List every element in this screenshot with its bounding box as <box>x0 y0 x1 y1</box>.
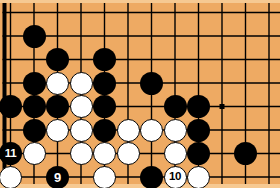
board-intersection[interactable] <box>22 1 46 25</box>
black-stone <box>187 95 210 118</box>
black-stone <box>187 119 210 142</box>
board-intersection[interactable] <box>69 118 93 142</box>
board-intersection[interactable] <box>140 1 164 25</box>
board-intersection[interactable] <box>234 142 258 166</box>
board-intersection[interactable] <box>116 48 140 72</box>
white-stone <box>70 142 93 165</box>
white-stone <box>93 142 116 165</box>
go-board: 11910 <box>0 0 280 188</box>
board-intersection[interactable] <box>69 1 93 25</box>
white-stone <box>70 95 93 118</box>
black-stone <box>93 95 116 118</box>
move-number-label: 10 <box>169 171 181 183</box>
black-stone <box>93 119 116 142</box>
board-intersection[interactable]: 9 <box>46 165 70 188</box>
board-intersection[interactable] <box>187 95 211 119</box>
board-intersection[interactable] <box>140 95 164 119</box>
board-intersection[interactable] <box>93 165 117 188</box>
black-stone <box>140 72 163 95</box>
black-stone <box>234 142 257 165</box>
board-intersection[interactable] <box>187 165 211 188</box>
black-stone <box>0 95 22 118</box>
white-stone <box>187 166 210 189</box>
black-stone <box>140 166 163 189</box>
board-intersection[interactable]: 11 <box>0 142 22 166</box>
board-intersection[interactable] <box>69 48 93 72</box>
board-intersection[interactable] <box>46 142 70 166</box>
black-stone-move-11: 11 <box>0 142 22 165</box>
board-intersection[interactable] <box>210 142 234 166</box>
board-intersection[interactable] <box>116 1 140 25</box>
board-intersection[interactable] <box>234 1 258 25</box>
white-stone <box>164 142 187 165</box>
white-stone <box>164 119 187 142</box>
board-intersection[interactable] <box>210 118 234 142</box>
board-intersection[interactable] <box>234 165 258 188</box>
white-stone <box>70 119 93 142</box>
board-intersection[interactable] <box>0 118 22 142</box>
board-intersection[interactable] <box>0 48 22 72</box>
board-intersection[interactable] <box>93 118 117 142</box>
board-intersection[interactable] <box>210 71 234 95</box>
board-intersection[interactable] <box>69 24 93 48</box>
board-intersection[interactable] <box>234 24 258 48</box>
board-intersection[interactable] <box>0 165 22 188</box>
board-intersection[interactable] <box>210 165 234 188</box>
board-intersection[interactable] <box>93 1 117 25</box>
board-intersection[interactable] <box>187 118 211 142</box>
board-intersection[interactable] <box>93 71 117 95</box>
board-intersection[interactable] <box>93 95 117 119</box>
board-intersection[interactable] <box>257 95 280 119</box>
board-intersection[interactable] <box>257 118 280 142</box>
black-stone <box>23 95 46 118</box>
board-intersection[interactable] <box>69 95 93 119</box>
board-intersection[interactable] <box>257 165 280 188</box>
white-stone <box>0 166 22 189</box>
board-intersection[interactable] <box>257 71 280 95</box>
white-stone <box>46 72 69 95</box>
board-intersection[interactable] <box>22 165 46 188</box>
board-intersection[interactable] <box>0 1 22 25</box>
board-intersection[interactable] <box>187 142 211 166</box>
white-stone-move-10: 10 <box>164 166 187 189</box>
board-intersection[interactable] <box>0 95 22 119</box>
board-intersection[interactable] <box>93 24 117 48</box>
board-intersection[interactable] <box>116 142 140 166</box>
board-intersection[interactable] <box>163 24 187 48</box>
board-intersection[interactable]: 10 <box>163 165 187 188</box>
board-intersection[interactable] <box>140 48 164 72</box>
black-stone <box>23 72 46 95</box>
board-intersection[interactable] <box>116 95 140 119</box>
board-intersection[interactable] <box>116 24 140 48</box>
board-intersection[interactable] <box>46 95 70 119</box>
black-stone <box>23 119 46 142</box>
board-intersection[interactable] <box>187 48 211 72</box>
black-stone <box>46 95 69 118</box>
board-intersection[interactable] <box>257 24 280 48</box>
board-intersection[interactable] <box>187 71 211 95</box>
board-intersection[interactable] <box>163 48 187 72</box>
board-intersection[interactable] <box>210 1 234 25</box>
board-intersections: 11910 <box>0 1 280 188</box>
white-stone <box>93 166 116 189</box>
board-intersection[interactable] <box>140 165 164 188</box>
black-stone <box>93 72 116 95</box>
board-intersection[interactable] <box>116 118 140 142</box>
board-intersection[interactable] <box>22 48 46 72</box>
black-stone <box>164 95 187 118</box>
board-intersection[interactable] <box>163 142 187 166</box>
board-intersection[interactable] <box>140 71 164 95</box>
board-intersection[interactable] <box>69 165 93 188</box>
board-intersection[interactable] <box>22 142 46 166</box>
board-intersection[interactable] <box>46 1 70 25</box>
board-intersection[interactable] <box>257 142 280 166</box>
white-stone <box>46 119 69 142</box>
white-stone <box>70 72 93 95</box>
board-intersection[interactable] <box>187 24 211 48</box>
board-intersection[interactable] <box>69 71 93 95</box>
board-intersection[interactable] <box>93 142 117 166</box>
board-intersection[interactable] <box>163 1 187 25</box>
board-intersection[interactable] <box>234 48 258 72</box>
board-intersection[interactable] <box>234 71 258 95</box>
board-intersection[interactable] <box>234 118 258 142</box>
white-stone <box>140 119 163 142</box>
black-stone <box>93 48 116 71</box>
white-stone <box>23 142 46 165</box>
board-intersection[interactable] <box>140 142 164 166</box>
board-intersection[interactable] <box>46 118 70 142</box>
black-stone <box>46 48 69 71</box>
board-intersection[interactable] <box>46 24 70 48</box>
board-intersection[interactable] <box>116 71 140 95</box>
board-intersection[interactable] <box>163 95 187 119</box>
board-intersection[interactable] <box>22 118 46 142</box>
board-intersection[interactable] <box>22 71 46 95</box>
board-intersection[interactable] <box>116 165 140 188</box>
board-intersection[interactable] <box>210 48 234 72</box>
board-intersection[interactable] <box>46 71 70 95</box>
black-stone <box>187 142 210 165</box>
board-intersection[interactable] <box>257 48 280 72</box>
board-intersection[interactable] <box>234 95 258 119</box>
board-intersection[interactable] <box>210 24 234 48</box>
board-intersection[interactable] <box>140 24 164 48</box>
board-intersection[interactable] <box>163 118 187 142</box>
board-intersection[interactable] <box>69 142 93 166</box>
move-number-label: 11 <box>5 148 16 160</box>
board-intersection[interactable] <box>257 1 280 25</box>
white-stone <box>117 142 140 165</box>
board-intersection[interactable] <box>210 95 234 119</box>
black-stone <box>23 25 46 48</box>
white-stone <box>117 119 140 142</box>
board-intersection[interactable] <box>22 95 46 119</box>
black-stone-move-9: 9 <box>46 166 69 189</box>
board-intersection[interactable] <box>22 24 46 48</box>
board-intersection[interactable] <box>46 48 70 72</box>
move-number-label: 9 <box>54 171 61 184</box>
board-intersection[interactable] <box>187 1 211 25</box>
board-intersection[interactable] <box>0 71 22 95</box>
board-intersection[interactable] <box>93 48 117 72</box>
board-intersection[interactable] <box>163 71 187 95</box>
board-intersection[interactable] <box>140 118 164 142</box>
board-intersection[interactable] <box>0 24 22 48</box>
